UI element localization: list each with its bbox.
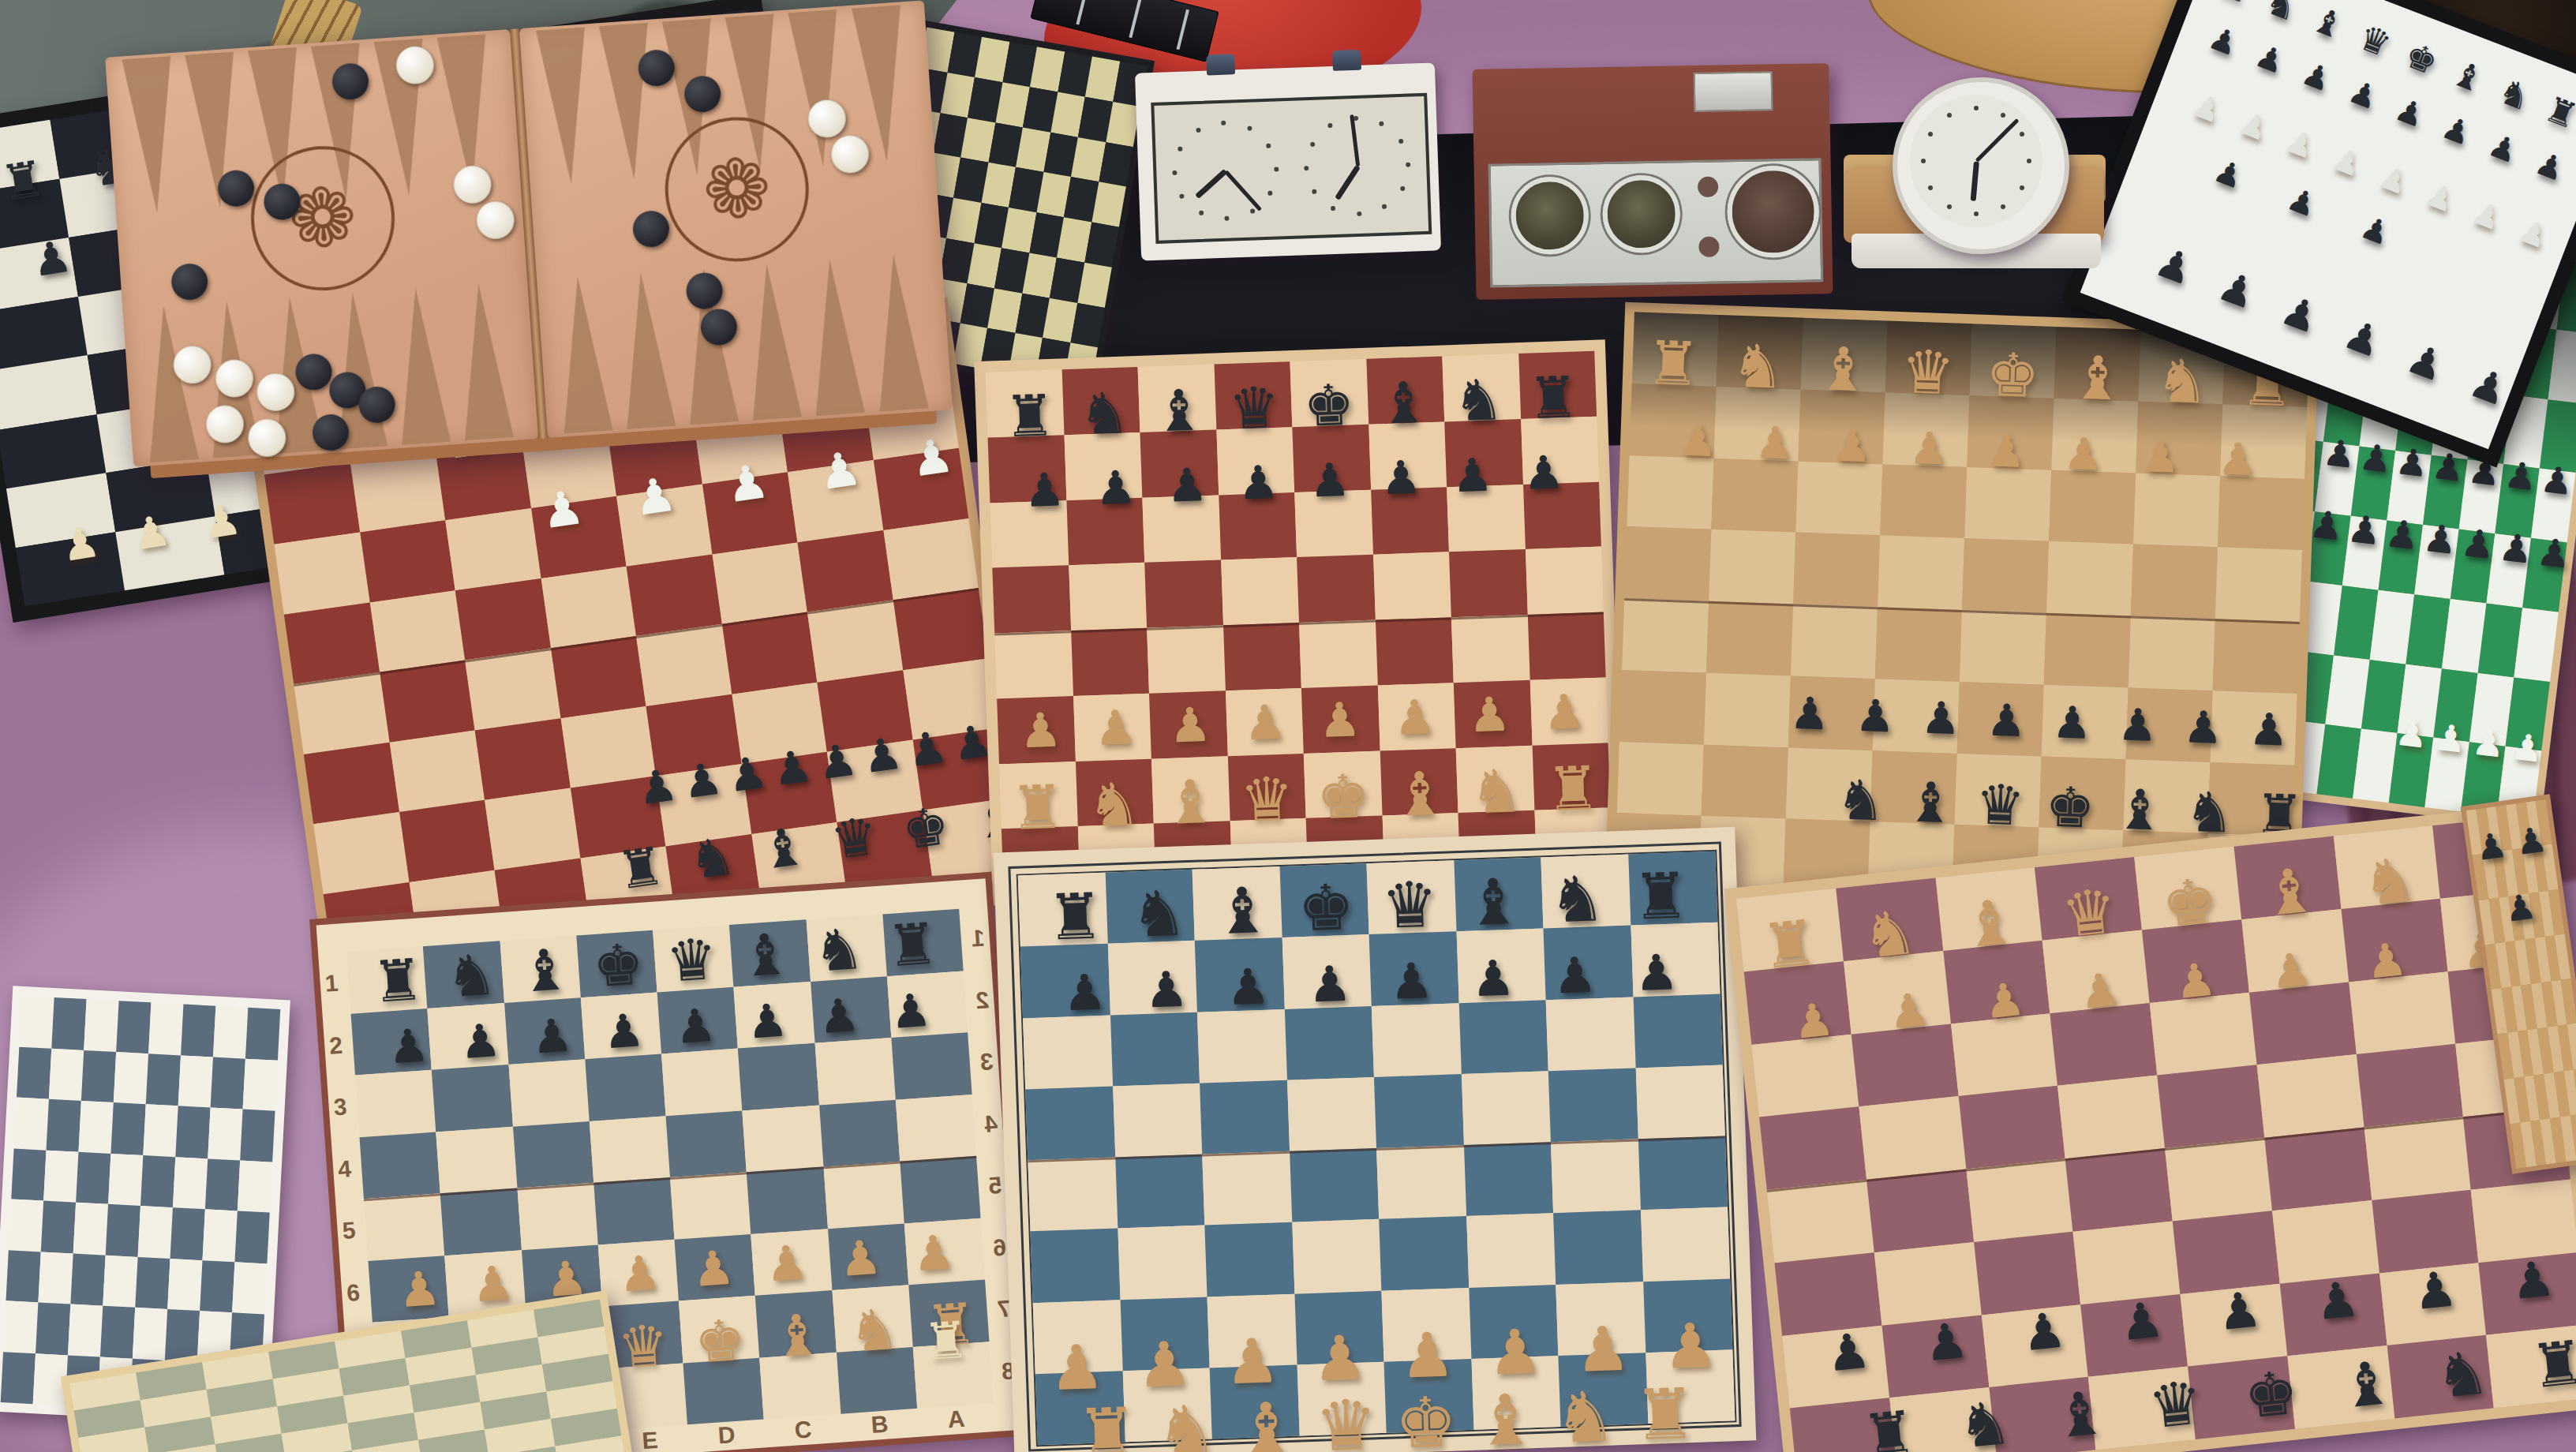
board-square [883,518,979,600]
rank-label: 2 [328,1031,343,1059]
chess-piece-pawn-wood: ♟ [1908,426,1949,472]
board-square [2131,544,2218,619]
board-square [1023,1015,1113,1089]
board-square [1202,1151,1292,1226]
chess-piece-knight-black: ♞ [1452,371,1505,429]
chess-piece-pawn-black: ♟ [1166,462,1208,509]
board-square [891,1032,972,1099]
mantel-tick [2027,159,2031,163]
chess-piece-bishop-black: ♝ [1377,374,1430,432]
chess-piece-pawn-cream: ♟ [58,520,103,568]
board-square [284,602,380,684]
board-square [360,520,455,602]
board-square [1966,1158,2073,1241]
chess-piece-queen-wood: ♛ [1314,1390,1379,1452]
backgammon-point [616,271,676,429]
board-square [1466,1213,1556,1287]
board-square [1028,1157,1118,1231]
chess-piece-pawn-black: ♟ [2383,514,2422,556]
board-square [274,532,369,614]
board-square [2133,473,2220,547]
chess-piece-pawn-black: ♟ [2213,264,2262,316]
rank-label: 3 [333,1094,348,1121]
board-square [1624,526,1711,601]
chess-piece-pawn-wood: ♟ [1467,690,1511,739]
chess-piece-pawn-black: ♟ [2484,129,2522,168]
chess-piece-pawn-black: ♟ [2391,92,2429,132]
board-square [1106,102,1140,147]
chess-piece-pawn-black: ♟ [2539,460,2576,500]
board-square [84,999,118,1052]
board-square [1702,744,1788,818]
mantel-hour-hand [1971,161,1979,201]
chess-piece-pawn-ghost: ♟ [2235,107,2273,146]
clock-round-dial [1602,174,1681,253]
board-square [1077,262,1112,307]
backgammon-point [599,23,659,181]
mantel-tick [2001,204,2005,209]
chess-piece-pawn-wood: ♟ [1243,698,1287,747]
board-square [264,462,360,544]
chess-piece-pawn-black: ♟ [2459,523,2498,565]
board-square [1527,612,1605,680]
file-label: B [871,1411,889,1439]
board-square [1458,1000,1548,1074]
chess-piece-pawn-ghost: ♟ [2282,124,2320,163]
chess-piece-bishop-black: ♝ [2114,782,2166,839]
board-square [76,1151,110,1204]
chess-piece-knight-black: ♞ [1835,772,1886,829]
chess-piece-rook-black: ♜ [0,153,48,208]
chess-piece-pawn-black: ♟ [769,744,815,793]
chess-piece-pawn-wood: ♟ [1136,1333,1193,1396]
chess-piece-pawn-black: ♟ [2503,456,2540,496]
board-square [114,1052,148,1105]
checker-grid: ♜♞♝♛♚♝♞♜♟♟♟♟♟♟♟♟♟♟♟♟♟♟♟♟♞♝♛♚♝♞♜ [1615,312,2310,907]
board-square [1376,1145,1466,1219]
backgammon-point [806,257,866,416]
chess-piece-pawn-black: ♟ [2357,210,2394,249]
board-square [1635,1065,1725,1139]
board-square [1030,1229,1120,1303]
board-square [68,1304,103,1357]
board-square [178,1055,213,1108]
chess-piece-pawn-black: ♟ [1389,956,1435,1007]
chess-piece-queen-black: ♛ [1975,777,2026,833]
board-square [508,1059,589,1126]
chess-piece-pawn-wood: ♟ [1574,1318,1632,1381]
board-square [103,1255,137,1308]
chess-piece-pawn-black: ♟ [745,997,789,1045]
chess-piece-pawn-black: ♟ [1095,464,1137,511]
chess-piece-pawn-wood: ♟ [470,1259,515,1309]
board-square [1299,620,1377,688]
board-square [181,1004,215,1057]
board-square [2218,476,2305,550]
chess-piece-rook-wood: ♜ [1075,1398,1140,1452]
minute-hand [1224,170,1262,211]
chess-piece-pawn-white: ♟ [908,431,957,484]
chess-piece-pawn-black: ♟ [2321,434,2358,474]
chess-piece-pawn-black: ♟ [1789,691,1830,737]
chess-piece-queen-black: ♛ [2354,19,2396,62]
chess-piece-pawn-wood: ♟ [1982,975,2027,1025]
chess-piece-king-black: ♚ [2241,1362,2301,1428]
chess-piece-bishop-wood: ♝ [769,1305,824,1365]
clock-button [1332,50,1361,71]
backgammon-half: ❁ [105,29,538,467]
board-square [2372,1189,2479,1272]
board-square [627,554,722,636]
board-square [73,1203,108,1256]
dial-tick [1274,167,1279,171]
backgammon-point [455,282,515,440]
rank-label: 6 [992,1233,1007,1261]
chess-piece-pawn-wood: ♟ [1399,1324,1457,1387]
dial-tick [1331,206,1335,211]
board-square [205,1158,240,1211]
board-square [234,1211,269,1263]
chess-piece-pawn-black: ♟ [2150,241,2199,292]
board-square [19,996,54,1049]
chess-piece-bishop-wood: ♝ [1959,890,2020,957]
board-square [1449,549,1527,617]
chess-piece-pawn-wood: ♟ [837,1233,883,1283]
board-square [245,1008,280,1061]
chess-piece-pawn-black: ♟ [459,1017,503,1065]
chess-piece-knight-black: ♞ [685,829,739,888]
chess-piece-king-black: ♚ [2401,37,2443,80]
chess-piece-pawn-wood: ♟ [1487,1321,1544,1384]
board-square [2272,1200,2379,1283]
chess-piece-pawn-black: ♟ [2464,361,2513,413]
board-square [1223,623,1301,690]
board-square [1525,547,1603,615]
board-square [1084,222,1119,267]
board-square [432,1065,512,1132]
chess-piece-pawn-wood: ♟ [1662,1315,1720,1378]
chess-piece-queen-black: ♛ [828,810,882,868]
board-square [1204,1222,1294,1297]
chess-piece-knight-wood: ♞ [1086,774,1142,836]
flea-market-board-games-photo: ♜♞♝♛♚♝♞♜♟♟♟♟♟♟♟♟♟♟♟♟♟♟♟♟♟♟♟♟♟♟♟♟♟♟♟♟♟♟♟♟… [0,0,2576,1452]
board-square [670,1172,751,1239]
chess-piece-pawn-wood: ♟ [2364,935,2409,985]
rank-label: 5 [988,1172,1003,1199]
chess-piece-pawn-black: ♟ [2117,1295,2166,1348]
chess-piece-rook-cream: ♜ [922,1314,971,1368]
board-square [1144,560,1222,628]
board-square [6,1250,40,1303]
chess-piece-pawn-black: ♟ [1522,449,1565,496]
board-square [47,1099,81,1152]
chess-piece-pawn-black: ♟ [817,992,861,1040]
board-square [51,997,86,1050]
board-square [2514,608,2558,682]
board-square [712,542,807,624]
chess-piece-knight-wood: ♞ [847,1300,901,1360]
board-square [1704,672,1791,747]
chess-piece-pawn-black: ♟ [387,1022,431,1070]
board-square [1711,458,1798,532]
board-square [1619,670,1706,744]
chess-piece-queen-wood: ♛ [1900,342,1956,403]
backgammon-point [391,286,451,445]
board-square [1292,1219,1382,1293]
chess-piece-pawn-white: ♟ [723,457,772,510]
chess-piece-bishop-black: ♝ [1153,382,1206,440]
dial-tick [1247,126,1252,131]
chess-piece-pawn-black: ♟ [1986,698,2027,744]
chess-piece-queen-wood: ♛ [1239,769,1295,830]
chess-piece-queen-wood: ♛ [616,1316,670,1376]
checker-grid: ♜♞♝♛♚♝♞♜♟♟♟♟♟♟♟♟♟♟♟♟♟♟♟♟♜♞♝♛♚♝♞♜ [986,351,1613,895]
board-square [1706,601,1793,675]
board-square [1633,994,1723,1068]
dial-tick [1310,141,1315,146]
board-square [243,1058,278,1111]
chess-piece-pawn-wood: ♟ [396,1263,442,1314]
board-square [1290,1148,1380,1222]
chess-piece-pawn-black: ♟ [2497,528,2536,570]
fret-wire [1076,0,1089,25]
board-square [2471,1179,2576,1262]
board-square [100,1306,135,1359]
backgammon-point [553,275,613,434]
dial-tick [1172,170,1177,175]
dial-tick [1266,143,1271,148]
file-label: C [794,1416,813,1443]
board-square [485,788,580,870]
chess-piece-knight-black: ♞ [2260,0,2302,27]
chess-piece-rook-black: ♜ [885,915,939,975]
chess-piece-pawn-wood: ♟ [1831,423,1872,469]
chess-piece-pawn-black: ♟ [2508,1254,2557,1307]
board-square [116,1001,151,1053]
board-square [1866,1169,1974,1252]
chess-piece-knight-wood: ♞ [2155,350,2211,412]
chess-piece-pawn-black: ♟ [904,725,950,774]
board-square [1197,1009,1287,1083]
chess-piece-rook-wood: ♜ [1633,1379,1698,1450]
board-square [49,1048,84,1101]
chess-piece-pawn-ghost: ♟ [2328,142,2366,181]
chess-piece-knight-wood: ♞ [1553,1382,1618,1452]
board-square [2356,1044,2463,1127]
chess-piece-pawn-ghost: ♟ [2421,178,2459,217]
dial-tick [1382,204,1387,209]
chess-piece-pawn-cream: ♟ [200,498,244,546]
board-square [1374,1074,1464,1148]
chess-piece-king-black: ♚ [2044,780,2095,836]
board-square [992,565,1070,633]
backgammon-point [536,27,596,185]
board-square [238,1160,272,1213]
chess-piece-pawn-black: ♟ [1380,454,1422,501]
board-square [1451,615,1529,683]
chess-piece-pawn-black: ♟ [1307,959,1353,1009]
mantel-tick [1947,113,1952,118]
chess-piece-rook-black: ♜ [1527,369,1580,427]
chess-piece-bishop-black: ♝ [518,941,572,1001]
dial-tick [1250,209,1255,214]
chess-piece-pawn-black: ♟ [2394,443,2431,483]
clock-big-dial [1727,165,1820,258]
chess-piece-rook-wood: ♜ [1646,332,1702,394]
board-square [140,1155,175,1208]
chess-piece-king-wood: ♚ [1985,344,2041,406]
backgammon-board: ❁❁ [105,0,953,466]
board-square [211,1057,245,1110]
board-square [1284,1006,1374,1080]
chess-piece-pawn-wood: ♟ [2217,436,2258,482]
chess-piece-pawn-wood: ♟ [1542,688,1586,737]
dial-tick [1180,194,1185,199]
dial-tick [1312,189,1316,194]
chess-piece-pawn-black: ♟ [2402,337,2451,388]
board-square [133,1308,167,1360]
chess-piece-queen-wood: ♛ [2059,880,2121,947]
clock-button [1206,54,1235,75]
fret-wire [1176,9,1189,50]
board-square [2044,613,2131,687]
chess-piece-pawn-black: ♟ [1855,694,1896,739]
clock-silver-panel [1488,158,1824,288]
chess-piece-knight-black: ♞ [1955,1392,2015,1452]
minute-hand [1350,114,1360,167]
chess-piece-bishop-black: ♝ [738,925,792,985]
board-square [81,1050,116,1102]
board-square [1962,538,2049,612]
board-square [78,1101,113,1154]
mantel-tick [1928,185,1933,190]
board-square [2215,548,2302,622]
chess-piece-knight-black: ♞ [444,945,498,1005]
mantel-tick [1974,211,1979,216]
chess-piece-pawn-black: ♟ [673,1001,717,1050]
chess-piece-rook-black: ♜ [614,840,668,898]
mantel-minute-hand [1975,118,2020,163]
chess-piece-rook-black: ♜ [2540,91,2576,134]
board-square [1091,182,1126,227]
board-square [1297,555,1375,623]
board-square [1099,142,1133,187]
dial-tick [1398,138,1403,143]
chess-piece-queen-black: ♛ [1228,379,1281,437]
board-square [203,1209,238,1262]
board-square [1200,1080,1290,1154]
chess-piece-pawn-black: ♟ [2248,707,2290,753]
board-square [138,1206,173,1259]
board-square [743,1105,823,1172]
mantel-clock-face [1910,95,2042,227]
mantel-tick [2001,113,2005,118]
board-square [364,1193,444,1260]
board-square [2256,1054,2364,1137]
chessboard-maroon-center: ♜♞♝♛♚♝♞♜♟♟♟♟♟♟♟♟♟♟♟♟♟♟♟♟♜♞♝♛♚♝♞♜ [974,339,1624,905]
chess-piece-pawn-wood: ♟ [1986,428,2027,474]
chess-piece-pawn-black: ♟ [2438,110,2476,150]
chess-piece-pawn-wood: ♟ [1168,701,1212,750]
chess-piece-pawn-black: ♟ [1309,457,1351,504]
chess-piece-rook-black: ♜ [1631,864,1690,929]
chess-piece-pawn-black: ♟ [2051,701,2092,747]
board-square [1110,1012,1200,1086]
board-square [436,1126,516,1193]
board-square [1875,607,1962,681]
chess-piece-knight-black: ♞ [811,920,866,980]
chess-piece-pawn-black: ♟ [1062,967,1108,1018]
chess-piece-pawn-black: ♟ [680,757,725,806]
dial-tick [1221,121,1226,125]
board-square [167,1259,202,1312]
chess-piece-pawn-black: ♟ [2473,827,2509,866]
chess-piece-pawn-wood: ♟ [691,1243,736,1293]
chess-piece-pawn-wood: ♟ [1393,693,1437,742]
chess-piece-pawn-black: ♟ [1920,696,1961,742]
board-square [1118,1226,1207,1300]
board-square [1548,1068,1638,1142]
dial-tick [1379,122,1383,126]
chess-piece-rook-black: ♜ [2528,1332,2576,1398]
board-square [3,1300,38,1353]
fret-wire [1129,0,1142,38]
clock-round-dial [1511,176,1589,255]
chess-piece-bishop-wood: ♝ [1392,763,1448,825]
chess-piece-king-wood: ♚ [2159,869,2221,936]
chess-piece-pawn-black: ♟ [2346,509,2384,551]
board-square [1546,997,1636,1071]
chess-piece-pawn-wood: ♟ [1311,1327,1368,1390]
chess-piece-rook-black: ♜ [1003,387,1056,445]
board-square [70,1253,105,1306]
board-square [208,1107,242,1160]
board-square [2046,541,2133,616]
board-square [517,1183,597,1250]
chess-piece-pawn-black: ♟ [2357,438,2394,478]
chess-piece-pawn-white: ♟ [815,444,864,497]
chess-clock-brown [1472,63,1833,300]
chess-piece-queen-black: ♛ [665,930,719,990]
chess-piece-pawn-wood: ♟ [764,1238,810,1289]
board-square [1709,530,1795,604]
chess-piece-pawn-wood: ♟ [1019,706,1063,755]
board-square [9,1199,43,1252]
file-label: A [947,1405,966,1433]
board-square [2165,1138,2272,1221]
chess-piece-pawn-black: ♟ [601,1007,646,1055]
board-square [173,1157,208,1210]
chess-piece-bishop-black: ♝ [1904,774,1956,831]
chess-piece-bishop-black: ♝ [757,820,811,878]
board-square [1461,1071,1551,1145]
mantel-tick [1974,106,1979,110]
chess-piece-pawn-ghost: ♟ [2375,160,2413,200]
chess-piece-pawn-wood: ♟ [2140,434,2181,480]
board-square [2129,616,2215,690]
chess-piece-rook-wood: ♜ [1758,911,1820,979]
chess-piece-pawn-black: ♟ [889,986,933,1035]
board-square [1641,1207,1731,1282]
chess-piece-king-black: ♚ [899,799,953,858]
mantel-tick [2020,185,2024,190]
dial-tick [1225,216,1230,221]
board-square [165,1309,200,1362]
chess-piece-king-wood: ♚ [693,1311,747,1371]
chess-piece-rook-wood: ♜ [1009,777,1065,838]
chess-piece-pawn-wood: ♟ [2077,966,2123,1016]
chess-piece-pawn-black: ♟ [2531,146,2569,185]
